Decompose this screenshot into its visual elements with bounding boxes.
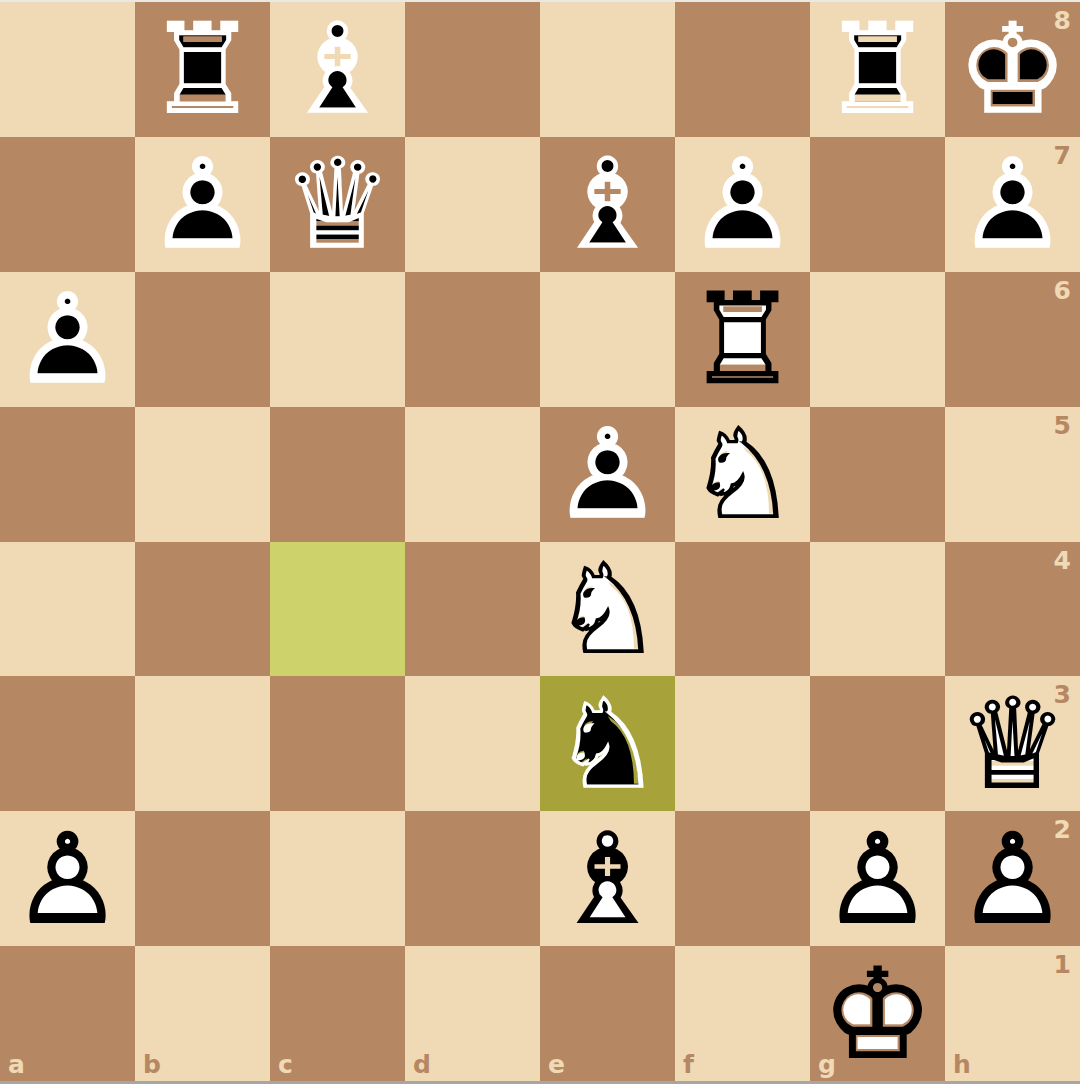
white-king-piece[interactable]: ♚♔ — [810, 946, 945, 1081]
file-label-h: h — [953, 1052, 971, 1077]
black-pawn-piece[interactable]: ♟♙ — [675, 137, 810, 272]
black-rook-piece[interactable]: ♜♖ — [135, 2, 270, 137]
square-a3[interactable] — [0, 676, 135, 811]
square-h6[interactable]: 6 — [945, 272, 1080, 407]
bishop-outline-icon: ♗ — [540, 137, 675, 272]
white-pawn-piece[interactable]: ♟♙ — [945, 811, 1080, 946]
rank-label-5: 5 — [1054, 413, 1071, 438]
square-a6[interactable]: ♟♙ — [0, 272, 135, 407]
square-h8[interactable]: ♚♔8 — [945, 2, 1080, 137]
square-h5[interactable]: 5 — [945, 407, 1080, 542]
rook-outline-icon: ♖ — [675, 272, 810, 407]
white-rook-piece[interactable]: ♜♖ — [675, 272, 810, 407]
black-king-piece[interactable]: ♚♔ — [945, 2, 1080, 137]
square-c4[interactable] — [270, 542, 405, 677]
square-f8[interactable] — [675, 2, 810, 137]
file-label-f: f — [683, 1052, 694, 1077]
black-pawn-piece[interactable]: ♟♙ — [945, 137, 1080, 272]
square-f5[interactable]: ♞♘ — [675, 407, 810, 542]
queen-outline-icon: ♕ — [945, 676, 1080, 811]
rank-label-1: 1 — [1054, 952, 1071, 977]
square-d7[interactable] — [405, 137, 540, 272]
square-b7[interactable]: ♟♙ — [135, 137, 270, 272]
pawn-outline-icon: ♙ — [810, 811, 945, 946]
square-c8[interactable]: ♝♗ — [270, 2, 405, 137]
square-e4[interactable]: ♞♘ — [540, 542, 675, 677]
square-a5[interactable] — [0, 407, 135, 542]
square-f1[interactable]: f — [675, 946, 810, 1081]
square-f7[interactable]: ♟♙ — [675, 137, 810, 272]
square-e6[interactable] — [540, 272, 675, 407]
pawn-outline-icon: ♙ — [0, 811, 135, 946]
bishop-outline-icon: ♗ — [540, 811, 675, 946]
bishop-outline-icon: ♗ — [270, 2, 405, 137]
square-d3[interactable] — [405, 676, 540, 811]
square-b3[interactable] — [135, 676, 270, 811]
square-g2[interactable]: ♟♙ — [810, 811, 945, 946]
white-queen-piece[interactable]: ♛♕ — [945, 676, 1080, 811]
square-c5[interactable] — [270, 407, 405, 542]
square-f4[interactable] — [675, 542, 810, 677]
king-outline-icon: ♔ — [945, 2, 1080, 137]
square-e2[interactable]: ♝♗ — [540, 811, 675, 946]
black-queen-piece[interactable]: ♛♕ — [270, 137, 405, 272]
black-pawn-piece[interactable]: ♟♙ — [540, 407, 675, 542]
black-bishop-piece[interactable]: ♝♗ — [270, 2, 405, 137]
square-h4[interactable]: 4 — [945, 542, 1080, 677]
square-b1[interactable]: b — [135, 946, 270, 1081]
square-e5[interactable]: ♟♙ — [540, 407, 675, 542]
file-label-c: c — [278, 1052, 293, 1077]
square-d2[interactable] — [405, 811, 540, 946]
square-b6[interactable] — [135, 272, 270, 407]
file-label-a: a — [8, 1052, 25, 1077]
chess-app-page: ♜♖♝♗♜♖♚♔8♟♙♛♕♝♗♟♙♟♙7♟♙♜♖6♟♙♞♘5♞♘4♞♘♛♕3♟♙… — [0, 0, 1080, 1084]
square-g3[interactable] — [810, 676, 945, 811]
pawn-outline-icon: ♙ — [945, 137, 1080, 272]
white-knight-piece[interactable]: ♞♘ — [540, 542, 675, 677]
square-g5[interactable] — [810, 407, 945, 542]
square-d1[interactable]: d — [405, 946, 540, 1081]
square-f2[interactable] — [675, 811, 810, 946]
rank-label-4: 4 — [1054, 548, 1071, 573]
square-e1[interactable]: e — [540, 946, 675, 1081]
file-label-d: d — [413, 1052, 431, 1077]
square-c7[interactable]: ♛♕ — [270, 137, 405, 272]
pawn-outline-icon: ♙ — [0, 272, 135, 407]
king-outline-icon: ♔ — [810, 946, 945, 1081]
square-d4[interactable] — [405, 542, 540, 677]
file-label-e: e — [548, 1052, 565, 1077]
square-b5[interactable] — [135, 407, 270, 542]
square-c6[interactable] — [270, 272, 405, 407]
square-h3[interactable]: ♛♕3 — [945, 676, 1080, 811]
square-g1[interactable]: ♚♔g — [810, 946, 945, 1081]
square-c2[interactable] — [270, 811, 405, 946]
black-pawn-piece[interactable]: ♟♙ — [135, 137, 270, 272]
square-b8[interactable]: ♜♖ — [135, 2, 270, 137]
square-c3[interactable] — [270, 676, 405, 811]
black-pawn-piece[interactable]: ♟♙ — [0, 272, 135, 407]
square-e7[interactable]: ♝♗ — [540, 137, 675, 272]
black-knight-piece[interactable]: ♞♘ — [540, 676, 675, 811]
square-d5[interactable] — [405, 407, 540, 542]
square-a4[interactable] — [0, 542, 135, 677]
square-h7[interactable]: ♟♙7 — [945, 137, 1080, 272]
square-d8[interactable] — [405, 2, 540, 137]
rank-label-6: 6 — [1054, 278, 1071, 303]
black-bishop-piece[interactable]: ♝♗ — [540, 137, 675, 272]
square-b2[interactable] — [135, 811, 270, 946]
white-knight-piece[interactable]: ♞♘ — [675, 407, 810, 542]
square-a2[interactable]: ♟♙ — [0, 811, 135, 946]
pawn-outline-icon: ♙ — [135, 137, 270, 272]
square-e8[interactable] — [540, 2, 675, 137]
chess-board: ♜♖♝♗♜♖♚♔8♟♙♛♕♝♗♟♙♟♙7♟♙♜♖6♟♙♞♘5♞♘4♞♘♛♕3♟♙… — [0, 2, 1080, 1081]
white-bishop-piece[interactable]: ♝♗ — [540, 811, 675, 946]
square-a1[interactable]: a — [0, 946, 135, 1081]
square-e3[interactable]: ♞♘ — [540, 676, 675, 811]
rook-outline-icon: ♖ — [810, 2, 945, 137]
square-g6[interactable] — [810, 272, 945, 407]
square-g7[interactable] — [810, 137, 945, 272]
file-label-b: b — [143, 1052, 161, 1077]
knight-outline-icon: ♘ — [540, 542, 675, 677]
square-a7[interactable] — [0, 137, 135, 272]
knight-outline-icon: ♘ — [540, 676, 675, 811]
black-rook-piece[interactable]: ♜♖ — [810, 2, 945, 137]
rook-outline-icon: ♖ — [135, 2, 270, 137]
square-a8[interactable] — [0, 2, 135, 137]
white-pawn-piece[interactable]: ♟♙ — [0, 811, 135, 946]
white-pawn-piece[interactable]: ♟♙ — [810, 811, 945, 946]
pawn-outline-icon: ♙ — [945, 811, 1080, 946]
pawn-outline-icon: ♙ — [675, 137, 810, 272]
queen-outline-icon: ♕ — [270, 137, 405, 272]
pawn-outline-icon: ♙ — [540, 407, 675, 542]
square-h1[interactable]: h1 — [945, 946, 1080, 1081]
square-g8[interactable]: ♜♖ — [810, 2, 945, 137]
square-c1[interactable]: c — [270, 946, 405, 1081]
square-h2[interactable]: ♟♙2 — [945, 811, 1080, 946]
square-d6[interactable] — [405, 272, 540, 407]
square-f3[interactable] — [675, 676, 810, 811]
square-b4[interactable] — [135, 542, 270, 677]
square-g4[interactable] — [810, 542, 945, 677]
knight-outline-icon: ♘ — [675, 407, 810, 542]
square-f6[interactable]: ♜♖ — [675, 272, 810, 407]
